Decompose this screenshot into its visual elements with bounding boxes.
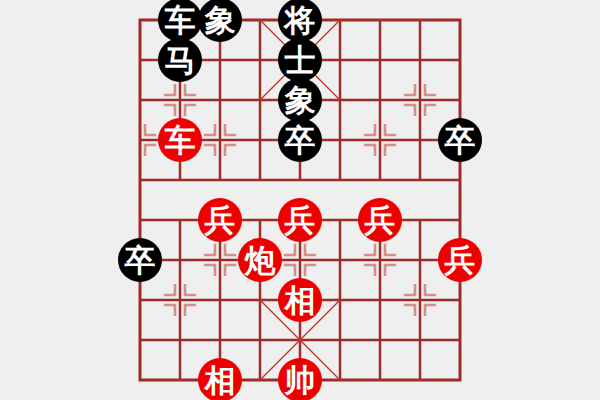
board-point-f0-r7[interactable] (120, 280, 160, 320)
red-general[interactable]: 帅 (278, 358, 322, 400)
board-point-f7-r3[interactable] (400, 120, 440, 160)
xiangqi-app: 车象将马士象车卒卒兵兵兵卒炮兵相相帅 (0, 0, 600, 400)
board-point-f3-r1[interactable] (240, 40, 280, 80)
board-point-f8-r0[interactable] (440, 0, 480, 40)
board-point-f5-r5[interactable] (320, 200, 360, 240)
board-point-f0-r0[interactable] (120, 0, 160, 40)
board-point-f1-r0[interactable]: 车 (160, 0, 200, 40)
board-point-f5-r0[interactable] (320, 0, 360, 40)
board-point-f2-r2[interactable] (200, 80, 240, 120)
board-point-f6-r4[interactable] (360, 160, 400, 200)
board-point-f2-r5[interactable]: 兵 (200, 200, 240, 240)
board-point-f5-r4[interactable] (320, 160, 360, 200)
board-point-f8-r7[interactable] (440, 280, 480, 320)
board-point-f0-r9[interactable] (120, 360, 160, 400)
board-point-f3-r9[interactable] (240, 360, 280, 400)
board-point-f4-r1[interactable]: 士 (280, 40, 320, 80)
board-point-f6-r9[interactable] (360, 360, 400, 400)
board-point-f6-r0[interactable] (360, 0, 400, 40)
board-point-f7-r5[interactable] (400, 200, 440, 240)
board-point-f4-r7[interactable]: 相 (280, 280, 320, 320)
board-point-f3-r6[interactable]: 炮 (240, 240, 280, 280)
board-point-f0-r6[interactable]: 卒 (120, 240, 160, 280)
red-soldier[interactable]: 兵 (278, 198, 322, 242)
board-point-f0-r4[interactable] (120, 160, 160, 200)
board-point-f6-r6[interactable] (360, 240, 400, 280)
black-elephant[interactable]: 象 (198, 0, 242, 42)
board-point-f1-r1[interactable]: 马 (160, 40, 200, 80)
board-point-f3-r3[interactable] (240, 120, 280, 160)
black-advisor[interactable]: 士 (278, 38, 322, 82)
board-point-f7-r8[interactable] (400, 320, 440, 360)
black-soldier[interactable]: 卒 (438, 118, 482, 162)
board-point-f4-r4[interactable] (280, 160, 320, 200)
board-point-f4-r0[interactable]: 将 (280, 0, 320, 40)
board-point-f2-r1[interactable] (200, 40, 240, 80)
board-point-f7-r0[interactable] (400, 0, 440, 40)
board-point-f7-r9[interactable] (400, 360, 440, 400)
board-point-f2-r0[interactable]: 象 (200, 0, 240, 40)
board-point-f5-r6[interactable] (320, 240, 360, 280)
board-point-f5-r8[interactable] (320, 320, 360, 360)
board-point-f4-r6[interactable] (280, 240, 320, 280)
xiangqi-board: 车象将马士象车卒卒兵兵兵卒炮兵相相帅 (120, 0, 480, 400)
black-general[interactable]: 将 (278, 0, 322, 42)
board-point-f8-r3[interactable]: 卒 (440, 120, 480, 160)
board-point-f4-r5[interactable]: 兵 (280, 200, 320, 240)
board-point-f1-r2[interactable] (160, 80, 200, 120)
board-point-f7-r1[interactable] (400, 40, 440, 80)
red-cannon[interactable]: 炮 (238, 238, 282, 282)
board-point-f0-r2[interactable] (120, 80, 160, 120)
board-point-f2-r8[interactable] (200, 320, 240, 360)
board-point-f8-r8[interactable] (440, 320, 480, 360)
board-point-f4-r3[interactable]: 卒 (280, 120, 320, 160)
board-point-f1-r4[interactable] (160, 160, 200, 200)
board-point-f1-r9[interactable] (160, 360, 200, 400)
board-point-f4-r2[interactable]: 象 (280, 80, 320, 120)
board-point-f1-r8[interactable] (160, 320, 200, 360)
board-point-f2-r9[interactable]: 相 (200, 360, 240, 400)
board-point-f3-r8[interactable] (240, 320, 280, 360)
board-point-f6-r2[interactable] (360, 80, 400, 120)
board-point-f1-r5[interactable] (160, 200, 200, 240)
board-point-f3-r4[interactable] (240, 160, 280, 200)
board-point-f8-r9[interactable] (440, 360, 480, 400)
board-point-f5-r3[interactable] (320, 120, 360, 160)
board-point-f7-r6[interactable] (400, 240, 440, 280)
board-point-f6-r1[interactable] (360, 40, 400, 80)
board-point-f0-r5[interactable] (120, 200, 160, 240)
board-point-f0-r3[interactable] (120, 120, 160, 160)
board-point-f4-r8[interactable] (280, 320, 320, 360)
board-point-f1-r7[interactable] (160, 280, 200, 320)
board-point-f1-r6[interactable] (160, 240, 200, 280)
board-point-f2-r3[interactable] (200, 120, 240, 160)
board-point-f5-r1[interactable] (320, 40, 360, 80)
board-point-f3-r5[interactable] (240, 200, 280, 240)
board-point-f8-r4[interactable] (440, 160, 480, 200)
red-soldier[interactable]: 兵 (438, 238, 482, 282)
black-elephant[interactable]: 象 (278, 78, 322, 122)
board-point-f5-r7[interactable] (320, 280, 360, 320)
red-elephant[interactable]: 相 (278, 278, 322, 322)
board-point-f2-r6[interactable] (200, 240, 240, 280)
red-soldier[interactable]: 兵 (198, 198, 242, 242)
board-point-f0-r8[interactable] (120, 320, 160, 360)
board-point-f3-r7[interactable] (240, 280, 280, 320)
board-point-f2-r4[interactable] (200, 160, 240, 200)
board-point-f3-r0[interactable] (240, 0, 280, 40)
board-point-f6-r8[interactable] (360, 320, 400, 360)
board-point-f7-r2[interactable] (400, 80, 440, 120)
black-soldier[interactable]: 卒 (278, 118, 322, 162)
board-point-f8-r2[interactable] (440, 80, 480, 120)
board-point-f5-r2[interactable] (320, 80, 360, 120)
black-chariot[interactable]: 车 (158, 0, 202, 42)
black-soldier[interactable]: 卒 (118, 238, 162, 282)
board-point-f1-r3[interactable]: 车 (160, 120, 200, 160)
red-chariot[interactable]: 车 (158, 118, 202, 162)
red-soldier[interactable]: 兵 (358, 198, 402, 242)
board-point-f7-r4[interactable] (400, 160, 440, 200)
board-point-f8-r6[interactable]: 兵 (440, 240, 480, 280)
black-horse[interactable]: 马 (158, 38, 202, 82)
board-point-f8-r1[interactable] (440, 40, 480, 80)
board-point-f2-r7[interactable] (200, 280, 240, 320)
red-elephant[interactable]: 相 (198, 358, 242, 400)
board-point-f5-r9[interactable] (320, 360, 360, 400)
board-point-f3-r2[interactable] (240, 80, 280, 120)
board-point-f0-r1[interactable] (120, 40, 160, 80)
board-point-f6-r5[interactable]: 兵 (360, 200, 400, 240)
board-point-f8-r5[interactable] (440, 200, 480, 240)
board-point-f7-r7[interactable] (400, 280, 440, 320)
board-point-f6-r7[interactable] (360, 280, 400, 320)
board-point-f6-r3[interactable] (360, 120, 400, 160)
board-point-f4-r9[interactable]: 帅 (280, 360, 320, 400)
